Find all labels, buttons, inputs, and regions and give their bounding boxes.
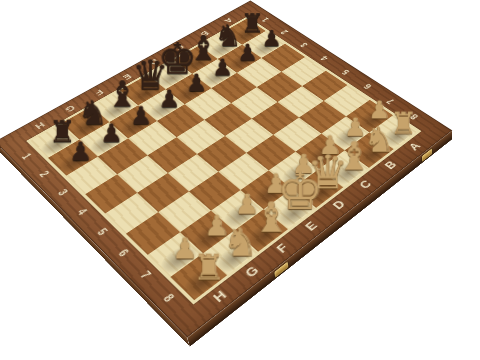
brass-clasp-icon	[274, 261, 288, 277]
photo-scene: ♜♞♝♛♚♝♞♜♟♟♟♟♟♟♟♟♟♟♟♟♟♟♟♟♜♞♝♚♛♝♞♜ HHGGFFE…	[0, 0, 480, 360]
rank-label-right-3: 3	[287, 35, 320, 56]
black-pawn-icon: ♟	[237, 41, 257, 64]
black-pawn-icon: ♟	[130, 103, 152, 128]
white-knight-icon: ♞	[223, 222, 258, 261]
product-photo: { "game": "chess", "position": "RNBQKBNR…	[0, 0, 480, 360]
black-pawn-icon: ♟	[100, 121, 123, 146]
black-pawn-icon: ♟	[212, 56, 233, 79]
white-rook-icon: ♜	[193, 250, 225, 285]
brass-clasp-icon	[422, 148, 432, 162]
black-pawn-icon: ♟	[186, 71, 207, 95]
chess-board: ♜♞♝♛♚♝♞♜♟♟♟♟♟♟♟♟♟♟♟♟♟♟♟♟♜♞♝♚♛♝♞♜ HHGGFFE…	[0, 1, 452, 338]
board-pieces: ♜♞♝♛♚♝♞♜♟♟♟♟♟♟♟♟♟♟♟♟♟♟♟♟♜♞♝♚♛♝♞♜	[31, 19, 418, 301]
black-pawn-icon: ♟	[69, 139, 92, 165]
black-pawn-icon: ♟	[158, 87, 180, 111]
